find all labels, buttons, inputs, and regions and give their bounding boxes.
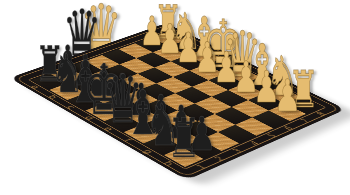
chess-set-product-photo: ♛♛ abcdefgh12345678 ♜♟♞♟♝♟♚♟♟♛♜♟♟♝♞♟♟♞♝♟… [0, 0, 350, 195]
